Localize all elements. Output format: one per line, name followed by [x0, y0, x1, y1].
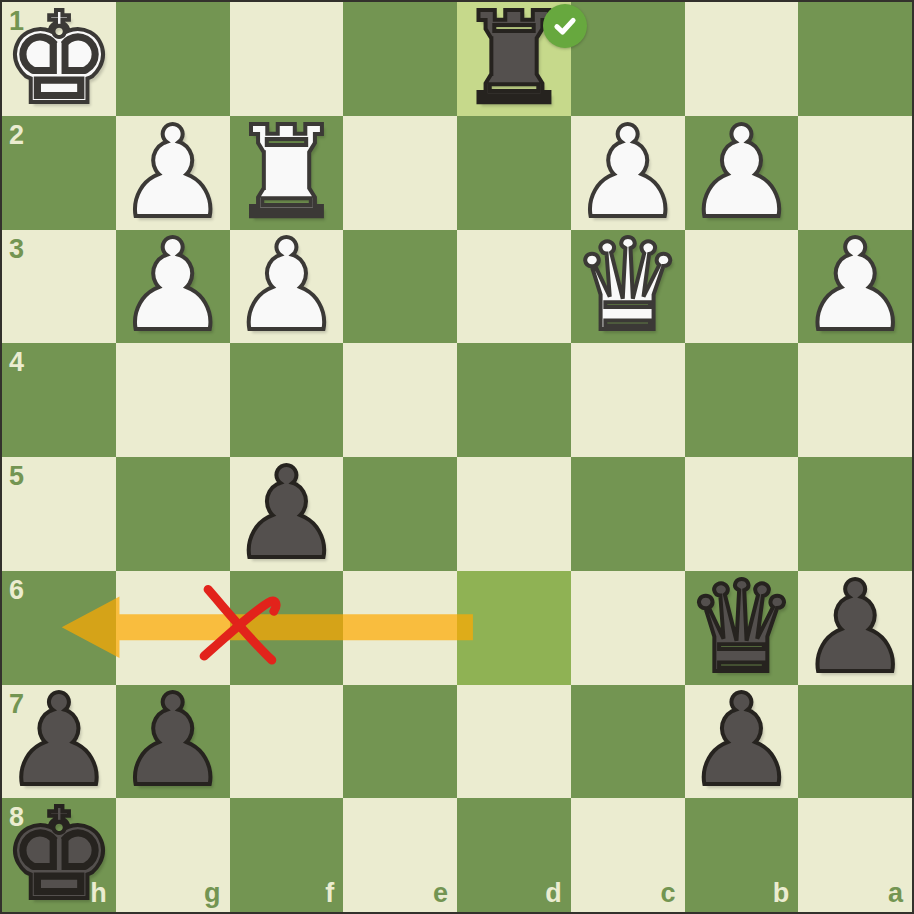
square-f6[interactable]	[230, 571, 344, 685]
square-a8[interactable]: a	[798, 798, 912, 912]
square-c4[interactable]	[571, 343, 685, 457]
square-c3[interactable]: ♛	[571, 230, 685, 344]
file-label-g: g	[204, 880, 221, 907]
piece-bP-f5[interactable]: ♟	[230, 457, 344, 571]
piece-wP-f3[interactable]: ♟	[230, 230, 344, 344]
square-b3[interactable]	[685, 230, 799, 344]
rank-label-5: 5	[9, 463, 24, 490]
square-b7[interactable]: ♟	[685, 685, 799, 799]
square-d8[interactable]: d	[457, 798, 571, 912]
file-label-f: f	[325, 880, 334, 907]
square-h5[interactable]: 5	[2, 457, 116, 571]
piece-bR-d1[interactable]: ♜	[457, 2, 571, 116]
file-label-e: e	[433, 880, 448, 907]
rank-label-6: 6	[9, 577, 24, 604]
file-label-b: b	[773, 880, 790, 907]
file-label-c: c	[660, 880, 675, 907]
square-d6[interactable]	[457, 571, 571, 685]
square-e2[interactable]	[343, 116, 457, 230]
square-h3[interactable]: 3	[2, 230, 116, 344]
square-f7[interactable]	[230, 685, 344, 799]
square-d1[interactable]: ♜	[457, 2, 571, 116]
square-h2[interactable]: 2	[2, 116, 116, 230]
piece-wP-a3[interactable]: ♟	[798, 230, 912, 344]
square-c7[interactable]	[571, 685, 685, 799]
piece-bP-b7[interactable]: ♟	[685, 685, 799, 799]
square-a1[interactable]	[798, 2, 912, 116]
square-c8[interactable]: c	[571, 798, 685, 912]
square-f3[interactable]: ♟	[230, 230, 344, 344]
square-a3[interactable]: ♟	[798, 230, 912, 344]
square-a7[interactable]	[798, 685, 912, 799]
piece-wP-b2[interactable]: ♟	[685, 116, 799, 230]
rank-label-4: 4	[9, 349, 24, 376]
square-g7[interactable]: ♟	[116, 685, 230, 799]
square-a6[interactable]: ♟	[798, 571, 912, 685]
rank-label-2: 2	[9, 122, 24, 149]
piece-wP-g3[interactable]: ♟	[116, 230, 230, 344]
piece-bP-g7[interactable]: ♟	[116, 685, 230, 799]
square-h8[interactable]: 8h♚	[2, 798, 116, 912]
square-d3[interactable]	[457, 230, 571, 344]
file-label-d: d	[545, 880, 562, 907]
square-g5[interactable]	[116, 457, 230, 571]
square-e6[interactable]	[343, 571, 457, 685]
square-e7[interactable]	[343, 685, 457, 799]
chess-board[interactable]: 1♚♜2♟♜♟♟3♟♟♛♟45♟6♛♟7♟♟♟8h♚gfedcba	[0, 0, 914, 914]
square-d4[interactable]	[457, 343, 571, 457]
square-h4[interactable]: 4	[2, 343, 116, 457]
square-e3[interactable]	[343, 230, 457, 344]
square-b2[interactable]: ♟	[685, 116, 799, 230]
square-g3[interactable]: ♟	[116, 230, 230, 344]
piece-bK-h8[interactable]: ♚	[2, 798, 116, 912]
square-g8[interactable]: g	[116, 798, 230, 912]
square-f8[interactable]: f	[230, 798, 344, 912]
square-e4[interactable]	[343, 343, 457, 457]
square-c5[interactable]	[571, 457, 685, 571]
square-a4[interactable]	[798, 343, 912, 457]
square-e8[interactable]: e	[343, 798, 457, 912]
square-h1[interactable]: 1♚	[2, 2, 116, 116]
square-d2[interactable]	[457, 116, 571, 230]
square-f5[interactable]: ♟	[230, 457, 344, 571]
piece-wQ-c3[interactable]: ♛	[571, 230, 685, 344]
square-c6[interactable]	[571, 571, 685, 685]
file-label-a: a	[888, 880, 903, 907]
piece-wK-h1[interactable]: ♚	[2, 2, 116, 116]
square-b4[interactable]	[685, 343, 799, 457]
square-e1[interactable]	[343, 2, 457, 116]
square-b8[interactable]: b	[685, 798, 799, 912]
piece-bP-a6[interactable]: ♟	[798, 571, 912, 685]
rank-label-3: 3	[9, 236, 24, 263]
square-g4[interactable]	[116, 343, 230, 457]
square-d7[interactable]	[457, 685, 571, 799]
square-e5[interactable]	[343, 457, 457, 571]
square-d5[interactable]	[457, 457, 571, 571]
